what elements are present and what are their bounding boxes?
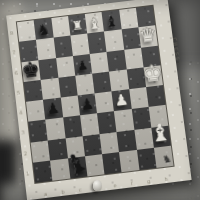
piece-white-king-h5[interactable]: ♚: [142, 62, 164, 86]
rank-label-6: 6: [14, 69, 18, 75]
file-label-h: h: [164, 176, 168, 182]
file-label-a: a: [44, 191, 48, 197]
board-brand-text: CHESS: [172, 37, 181, 61]
file-label-g: g: [147, 178, 151, 184]
file-label-f: f: [131, 180, 134, 186]
rank-label-8: 8: [10, 30, 14, 36]
rank-label-1: 1: [26, 170, 30, 176]
file-label-e: e: [113, 182, 117, 188]
off-board-white-piece[interactable]: [93, 180, 102, 191]
piece-black-king-a6[interactable]: ♚: [21, 58, 41, 80]
piece-black-knight-b8[interactable]: ♞: [37, 22, 51, 37]
rank-label-7: 7: [12, 50, 16, 56]
piece-white-bishop-e8[interactable]: ♝: [87, 16, 101, 31]
piece-white-pawn-f4[interactable]: ♟: [114, 93, 129, 110]
square-h4[interactable]: [146, 85, 166, 107]
file-label-b: b: [61, 188, 65, 194]
piece-black-pawn-d4[interactable]: ♟: [80, 97, 95, 114]
rank-label-3: 3: [21, 130, 25, 136]
piece-white-rook-d8[interactable]: ♜: [71, 20, 84, 34]
corner-knight-emblem: ♞: [162, 154, 172, 165]
rank-label-2: 2: [23, 150, 27, 156]
piece-black-bishop-f8[interactable]: ♝: [104, 14, 118, 29]
piece-black-pawn-b4[interactable]: ♟: [45, 101, 60, 118]
piece-white-bishop-h2[interactable]: ♝: [148, 120, 172, 146]
rank-label-5: 5: [17, 89, 21, 95]
background-shadow-bottom-left: [0, 140, 18, 200]
photo-scene: ♞ ♞♜♝♝♛♚♟♚♟♟♟♝♝ abcdefgh 87654321 CHESS: [0, 0, 200, 200]
rank-label-4: 4: [19, 109, 23, 115]
chess-board: ♞ ♞♜♝♝♛♚♟♚♟♟♟♝♝ abcdefgh 87654321 CHESS: [6, 0, 191, 200]
square-h1[interactable]: ♞: [154, 145, 174, 167]
piece-white-queen-h7[interactable]: ♛: [138, 25, 157, 45]
file-label-c: c: [79, 186, 82, 192]
piece-black-pawn-d6[interactable]: ♟: [76, 59, 89, 73]
